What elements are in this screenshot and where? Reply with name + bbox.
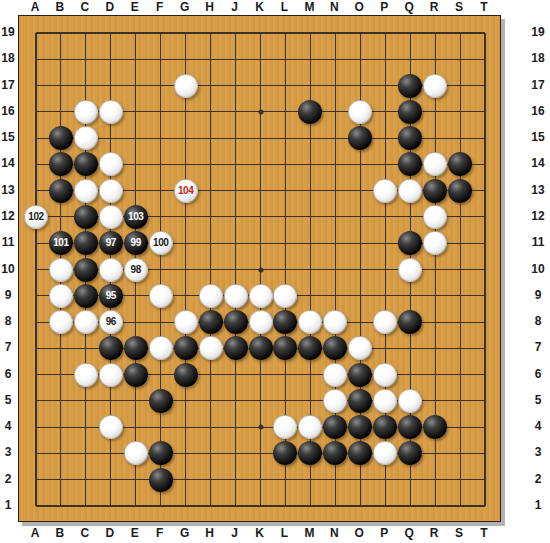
stone-white-F7 [149, 336, 173, 360]
row-label-right-13: 13 [531, 184, 544, 196]
stone-white-D16 [99, 100, 123, 124]
col-label-bottom-C: C [81, 527, 90, 539]
stone-white-F11: 100 [149, 231, 173, 255]
col-label-bottom-A: A [31, 527, 40, 539]
stone-black-F3 [149, 441, 173, 465]
star-point [258, 425, 263, 430]
stone-black-M7 [298, 336, 322, 360]
row-label-right-17: 17 [531, 79, 544, 91]
stone-white-K8 [249, 310, 273, 334]
stone-black-B11: 101 [49, 231, 73, 255]
star-point [258, 267, 263, 272]
stone-black-H8 [199, 310, 223, 334]
row-label-left-2: 2 [5, 473, 12, 485]
stone-white-Q10 [398, 258, 422, 282]
row-label-right-11: 11 [532, 236, 545, 248]
stone-black-B15 [49, 126, 73, 150]
stone-black-E12: 103 [124, 205, 148, 229]
stone-black-J8 [224, 310, 248, 334]
row-label-right-3: 3 [535, 446, 542, 458]
stone-black-L8 [273, 310, 297, 334]
stone-black-C9 [74, 284, 98, 308]
stone-black-B14 [49, 152, 73, 176]
row-label-right-6: 6 [535, 368, 542, 380]
col-label-top-P: P [380, 1, 388, 13]
go-board-diagram: 1041021031019799100989596 AABBCCDDEEFFGG… [0, 0, 550, 543]
stone-black-Q16 [398, 100, 422, 124]
stone-white-J9 [224, 284, 248, 308]
col-label-bottom-B: B [56, 527, 65, 539]
stone-white-P6 [373, 363, 397, 387]
col-label-top-B: B [56, 1, 65, 13]
move-number-label: 101 [53, 238, 69, 248]
stone-white-G17 [174, 74, 198, 98]
col-label-top-M: M [304, 1, 314, 13]
row-label-left-3: 3 [5, 446, 12, 458]
row-label-right-14: 14 [531, 157, 544, 169]
stone-white-G13: 104 [174, 179, 198, 203]
col-label-top-H: H [205, 1, 214, 13]
col-label-top-L: L [281, 1, 288, 13]
stone-white-F9 [149, 284, 173, 308]
stone-black-Q8 [398, 310, 422, 334]
stone-black-C12 [74, 205, 98, 229]
stone-black-O4 [348, 415, 372, 439]
row-label-right-12: 12 [531, 210, 544, 222]
stone-white-C8 [74, 310, 98, 334]
col-label-bottom-H: H [205, 527, 214, 539]
stone-black-Q15 [398, 126, 422, 150]
row-label-left-6: 6 [5, 368, 12, 380]
stone-black-P4 [373, 415, 397, 439]
row-label-right-5: 5 [535, 394, 542, 406]
stone-black-S14 [448, 152, 472, 176]
stone-white-P5 [373, 389, 397, 413]
stone-black-J7 [224, 336, 248, 360]
col-label-top-O: O [355, 1, 364, 13]
stone-white-N5 [323, 389, 347, 413]
move-number-label: 103 [128, 212, 144, 222]
stone-black-C11 [74, 231, 98, 255]
row-label-left-15: 15 [1, 131, 14, 143]
stone-black-D7 [99, 336, 123, 360]
stone-white-C16 [74, 100, 98, 124]
row-label-left-8: 8 [5, 315, 12, 327]
stone-black-B13 [49, 179, 73, 203]
stone-white-B8 [49, 310, 73, 334]
col-label-bottom-G: G [180, 527, 189, 539]
col-label-bottom-F: F [156, 527, 163, 539]
grid-line-horizontal [36, 479, 485, 480]
col-label-top-G: G [180, 1, 189, 13]
stone-black-O3 [348, 441, 372, 465]
stone-white-R11 [423, 231, 447, 255]
stone-white-Q13 [398, 179, 422, 203]
col-label-top-A: A [31, 1, 40, 13]
col-label-top-N: N [330, 1, 339, 13]
row-label-right-4: 4 [535, 420, 542, 432]
row-label-left-4: 4 [5, 420, 12, 432]
star-point [258, 109, 263, 114]
move-number-label: 96 [106, 317, 116, 327]
col-label-top-C: C [81, 1, 90, 13]
row-label-left-12: 12 [1, 210, 14, 222]
stone-black-L7 [273, 336, 297, 360]
row-label-left-9: 9 [5, 289, 12, 301]
stone-black-G6 [174, 363, 198, 387]
col-label-top-K: K [255, 1, 264, 13]
stone-black-D9: 95 [99, 284, 123, 308]
row-label-left-7: 7 [5, 341, 12, 353]
row-label-right-10: 10 [531, 263, 544, 275]
row-label-right-9: 9 [535, 289, 542, 301]
stone-black-R13 [423, 179, 447, 203]
col-label-bottom-J: J [231, 527, 238, 539]
stone-white-B10 [49, 258, 73, 282]
stone-black-O5 [348, 389, 372, 413]
stone-white-L9 [273, 284, 297, 308]
move-number-label: 99 [131, 238, 141, 248]
row-label-right-1: 1 [535, 499, 542, 511]
row-label-right-16: 16 [531, 105, 544, 117]
stone-white-L4 [273, 415, 297, 439]
stone-white-D4 [99, 415, 123, 439]
stone-black-N7 [323, 336, 347, 360]
stone-black-Q17 [398, 74, 422, 98]
stone-black-Q14 [398, 152, 422, 176]
move-number-label: 100 [153, 238, 169, 248]
col-label-bottom-M: M [304, 527, 314, 539]
stone-black-M16 [298, 100, 322, 124]
stone-white-O16 [348, 100, 372, 124]
row-label-left-17: 17 [1, 79, 14, 91]
stone-black-R4 [423, 415, 447, 439]
row-label-left-11: 11 [2, 236, 15, 248]
stone-black-O6 [348, 363, 372, 387]
move-number-label: 104 [178, 186, 194, 196]
col-label-top-F: F [156, 1, 163, 13]
stone-black-C14 [74, 152, 98, 176]
stone-black-N4 [323, 415, 347, 439]
stone-white-D10 [99, 258, 123, 282]
stone-white-R14 [423, 152, 447, 176]
col-label-bottom-T: T [480, 527, 487, 539]
row-label-left-19: 19 [1, 26, 14, 38]
stone-white-E3 [124, 441, 148, 465]
stone-white-D12 [99, 205, 123, 229]
stone-white-M8 [298, 310, 322, 334]
goban[interactable]: 1041021031019799100989596 [18, 15, 501, 522]
stone-black-S13 [448, 179, 472, 203]
stone-black-L3 [273, 441, 297, 465]
move-number-label: 95 [106, 291, 116, 301]
stone-black-C10 [74, 258, 98, 282]
col-label-top-E: E [131, 1, 139, 13]
col-label-top-Q: Q [404, 1, 413, 13]
row-label-right-18: 18 [531, 52, 544, 64]
stone-black-N3 [323, 441, 347, 465]
stone-white-C6 [74, 363, 98, 387]
row-label-right-7: 7 [535, 341, 542, 353]
col-label-bottom-D: D [105, 527, 114, 539]
stone-black-F5 [149, 389, 173, 413]
row-label-left-1: 1 [5, 499, 12, 511]
stone-black-E6 [124, 363, 148, 387]
stone-white-D14 [99, 152, 123, 176]
stone-white-G8 [174, 310, 198, 334]
col-label-bottom-L: L [281, 527, 288, 539]
stone-white-H9 [199, 284, 223, 308]
stone-white-P13 [373, 179, 397, 203]
stone-black-E7 [124, 336, 148, 360]
row-label-right-15: 15 [531, 131, 544, 143]
stone-black-G7 [174, 336, 198, 360]
row-label-left-14: 14 [1, 157, 14, 169]
move-number-label: 97 [106, 238, 116, 248]
row-label-right-19: 19 [531, 26, 544, 38]
col-label-bottom-O: O [355, 527, 364, 539]
stone-white-N8 [323, 310, 347, 334]
row-label-left-10: 10 [1, 263, 14, 275]
col-label-top-R: R [430, 1, 439, 13]
row-label-left-16: 16 [1, 105, 14, 117]
stone-white-R17 [423, 74, 447, 98]
row-label-left-18: 18 [1, 52, 14, 64]
stone-white-D8: 96 [99, 310, 123, 334]
grid-line-vertical [460, 33, 461, 506]
col-label-bottom-Q: Q [404, 527, 413, 539]
row-label-right-8: 8 [535, 315, 542, 327]
col-label-top-S: S [455, 1, 463, 13]
col-label-bottom-E: E [131, 527, 139, 539]
stone-white-A12: 102 [24, 205, 48, 229]
stone-white-K9 [249, 284, 273, 308]
stone-black-O15 [348, 126, 372, 150]
stone-black-E11: 99 [124, 231, 148, 255]
row-label-right-2: 2 [535, 473, 542, 485]
stone-black-D11: 97 [99, 231, 123, 255]
move-number-label: 102 [28, 212, 44, 222]
row-label-left-5: 5 [5, 394, 12, 406]
col-label-bottom-S: S [455, 527, 463, 539]
stone-white-H7 [199, 336, 223, 360]
stone-black-Q4 [398, 415, 422, 439]
stone-black-F2 [149, 468, 173, 492]
stone-black-Q11 [398, 231, 422, 255]
grid-line-horizontal [36, 505, 485, 507]
stone-white-C13 [74, 179, 98, 203]
col-label-bottom-P: P [380, 527, 388, 539]
row-label-left-13: 13 [1, 184, 14, 196]
col-label-top-D: D [105, 1, 114, 13]
stone-black-K7 [249, 336, 273, 360]
stone-white-N6 [323, 363, 347, 387]
col-label-bottom-R: R [430, 527, 439, 539]
col-label-bottom-K: K [255, 527, 264, 539]
stone-white-R12 [423, 205, 447, 229]
stone-white-P3 [373, 441, 397, 465]
stone-white-O7 [348, 336, 372, 360]
move-number-label: 98 [131, 265, 141, 275]
col-label-bottom-N: N [330, 527, 339, 539]
stone-white-C15 [74, 126, 98, 150]
col-label-top-T: T [480, 1, 487, 13]
stone-black-Q3 [398, 441, 422, 465]
stone-white-M4 [298, 415, 322, 439]
stone-white-E10: 98 [124, 258, 148, 282]
stone-white-P8 [373, 310, 397, 334]
stone-white-D13 [99, 179, 123, 203]
stone-black-M3 [298, 441, 322, 465]
stone-white-Q5 [398, 389, 422, 413]
stone-white-D6 [99, 363, 123, 387]
col-label-top-J: J [231, 1, 238, 13]
grid-line-vertical [484, 33, 486, 506]
stone-white-B9 [49, 284, 73, 308]
